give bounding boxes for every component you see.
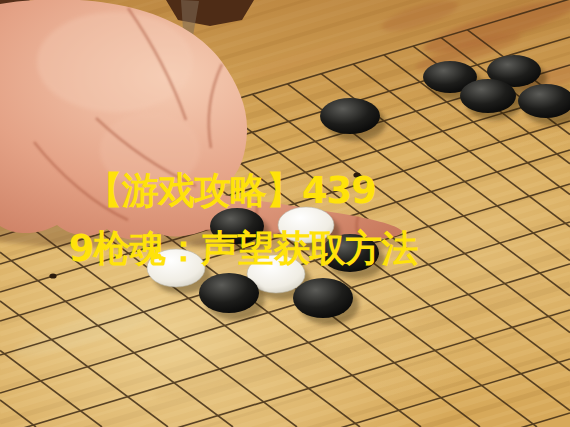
black-stone <box>460 79 516 113</box>
black-stone <box>199 273 259 313</box>
title-line-1: 【游戏攻略】439 <box>86 169 376 212</box>
goban-photo: 【游戏攻略】439 9枪魂：声望获取方法 <box>0 0 570 427</box>
photo-thumbnail: 【游戏攻略】439 9枪魂：声望获取方法 <box>0 0 570 427</box>
title-line-2: 9枪魂：声望获取方法 <box>69 227 419 270</box>
star-point <box>49 273 56 278</box>
black-stone <box>293 278 353 318</box>
black-stone <box>320 98 380 134</box>
